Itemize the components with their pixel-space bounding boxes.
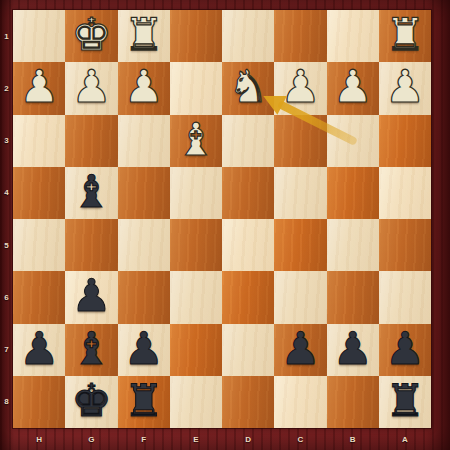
- square-h1[interactable]: [13, 10, 65, 62]
- square-g3[interactable]: [65, 115, 117, 167]
- square-e6[interactable]: [170, 271, 222, 323]
- square-e4[interactable]: [170, 167, 222, 219]
- black-pawn-h7: ♟: [19, 324, 59, 375]
- white-pawn-b2: ♟: [332, 62, 372, 113]
- rank-label-7: 7: [0, 324, 13, 376]
- rank-label-4: 4: [0, 167, 13, 219]
- white-king-g1: ♚: [71, 10, 111, 61]
- square-g1[interactable]: ♚: [65, 10, 117, 62]
- square-g5[interactable]: [65, 219, 117, 271]
- square-b2[interactable]: ♟: [327, 62, 379, 114]
- square-c3[interactable]: [274, 115, 326, 167]
- square-g7[interactable]: ♝: [65, 324, 117, 376]
- black-rook-a8: ♜: [385, 376, 425, 427]
- square-a2[interactable]: ♟: [379, 62, 431, 114]
- file-label-e: E: [170, 432, 222, 447]
- square-b3[interactable]: [327, 115, 379, 167]
- chess-board-frame: ♚♜♜♟♟♟♞♟♟♟♝♝♟♟♝♟♟♟♟♚♜♜ 12345678 HGFEDCBA: [0, 0, 450, 450]
- square-d1[interactable]: [222, 10, 274, 62]
- white-pawn-f2: ♟: [123, 62, 163, 113]
- white-rook-f1: ♜: [123, 10, 163, 61]
- square-c1[interactable]: [274, 10, 326, 62]
- white-knight-d2: ♞: [228, 62, 268, 113]
- white-pawn-a2: ♟: [385, 62, 425, 113]
- white-pawn-h2: ♟: [19, 62, 59, 113]
- square-g2[interactable]: ♟: [65, 62, 117, 114]
- rank-label-8: 8: [0, 376, 13, 428]
- square-b6[interactable]: [327, 271, 379, 323]
- square-f5[interactable]: [118, 219, 170, 271]
- square-f4[interactable]: [118, 167, 170, 219]
- square-f7[interactable]: ♟: [118, 324, 170, 376]
- black-pawn-a7: ♟: [385, 324, 425, 375]
- square-d4[interactable]: [222, 167, 274, 219]
- square-c5[interactable]: [274, 219, 326, 271]
- rank-label-2: 2: [0, 62, 13, 114]
- white-rook-a1: ♜: [385, 10, 425, 61]
- square-c2[interactable]: ♟: [274, 62, 326, 114]
- square-d6[interactable]: [222, 271, 274, 323]
- square-d3[interactable]: [222, 115, 274, 167]
- rank-label-6: 6: [0, 271, 13, 323]
- black-pawn-g6: ♟: [71, 271, 111, 322]
- black-pawn-c7: ♟: [280, 324, 320, 375]
- file-label-c: C: [274, 432, 326, 447]
- rank-label-1: 1: [0, 10, 13, 62]
- square-h7[interactable]: ♟: [13, 324, 65, 376]
- square-d2[interactable]: ♞: [222, 62, 274, 114]
- white-pawn-g2: ♟: [71, 62, 111, 113]
- chess-board[interactable]: ♚♜♜♟♟♟♞♟♟♟♝♝♟♟♝♟♟♟♟♚♜♜: [13, 10, 431, 428]
- square-h3[interactable]: [13, 115, 65, 167]
- square-f8[interactable]: ♜: [118, 376, 170, 428]
- square-b4[interactable]: [327, 167, 379, 219]
- square-a6[interactable]: [379, 271, 431, 323]
- square-g4[interactable]: ♝: [65, 167, 117, 219]
- square-b8[interactable]: [327, 376, 379, 428]
- square-a4[interactable]: [379, 167, 431, 219]
- square-c4[interactable]: [274, 167, 326, 219]
- white-bishop-e3: ♝: [176, 115, 216, 166]
- square-c8[interactable]: [274, 376, 326, 428]
- square-e8[interactable]: [170, 376, 222, 428]
- square-c7[interactable]: ♟: [274, 324, 326, 376]
- square-h8[interactable]: [13, 376, 65, 428]
- square-h2[interactable]: ♟: [13, 62, 65, 114]
- square-d7[interactable]: [222, 324, 274, 376]
- black-pawn-b7: ♟: [332, 324, 372, 375]
- file-label-h: H: [13, 432, 65, 447]
- square-a5[interactable]: [379, 219, 431, 271]
- black-king-g8: ♚: [71, 376, 111, 427]
- black-pawn-f7: ♟: [123, 324, 163, 375]
- file-label-a: A: [379, 432, 431, 447]
- square-h5[interactable]: [13, 219, 65, 271]
- white-pawn-c2: ♟: [280, 62, 320, 113]
- square-a8[interactable]: ♜: [379, 376, 431, 428]
- square-e7[interactable]: [170, 324, 222, 376]
- file-label-g: G: [65, 432, 117, 447]
- file-label-f: F: [118, 432, 170, 447]
- square-e1[interactable]: [170, 10, 222, 62]
- file-label-d: D: [222, 432, 274, 447]
- square-g6[interactable]: ♟: [65, 271, 117, 323]
- rank-label-3: 3: [0, 115, 13, 167]
- square-a1[interactable]: ♜: [379, 10, 431, 62]
- black-rook-f8: ♜: [123, 376, 163, 427]
- square-b1[interactable]: [327, 10, 379, 62]
- square-f2[interactable]: ♟: [118, 62, 170, 114]
- square-b5[interactable]: [327, 219, 379, 271]
- square-a3[interactable]: [379, 115, 431, 167]
- square-h6[interactable]: [13, 271, 65, 323]
- black-bishop-g4: ♝: [71, 167, 111, 218]
- square-e3[interactable]: ♝: [170, 115, 222, 167]
- square-a7[interactable]: ♟: [379, 324, 431, 376]
- square-h4[interactable]: [13, 167, 65, 219]
- square-f1[interactable]: ♜: [118, 10, 170, 62]
- square-b7[interactable]: ♟: [327, 324, 379, 376]
- square-e5[interactable]: [170, 219, 222, 271]
- rank-label-5: 5: [0, 219, 13, 271]
- square-g8[interactable]: ♚: [65, 376, 117, 428]
- square-d8[interactable]: [222, 376, 274, 428]
- black-bishop-g7: ♝: [71, 324, 111, 375]
- square-f6[interactable]: [118, 271, 170, 323]
- file-label-b: B: [327, 432, 379, 447]
- square-e2[interactable]: [170, 62, 222, 114]
- square-f3[interactable]: [118, 115, 170, 167]
- square-d5[interactable]: [222, 219, 274, 271]
- square-c6[interactable]: [274, 271, 326, 323]
